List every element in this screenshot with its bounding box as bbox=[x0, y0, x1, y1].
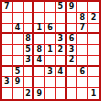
cell-r7c9[interactable] bbox=[88, 67, 99, 78]
cell-r2c7[interactable] bbox=[67, 13, 78, 24]
cell-r1c9[interactable] bbox=[88, 2, 99, 13]
cell-r7c5: 3 bbox=[45, 67, 56, 78]
cell-r5c5: 1 bbox=[45, 45, 56, 56]
cell-r3c8: 7 bbox=[77, 24, 88, 35]
cell-r3c1[interactable] bbox=[2, 24, 13, 35]
cell-r5c9[interactable] bbox=[88, 45, 99, 56]
cell-r5c6: 2 bbox=[56, 45, 67, 56]
cell-r6c1[interactable] bbox=[2, 56, 13, 67]
cell-r3c5: 6 bbox=[45, 24, 56, 35]
cell-r5c3: 5 bbox=[24, 45, 35, 56]
cell-r8c7[interactable] bbox=[67, 77, 78, 88]
cell-r9c9: 1 bbox=[88, 88, 99, 99]
cell-r1c2[interactable] bbox=[13, 2, 24, 13]
cell-r1c4[interactable] bbox=[34, 2, 45, 13]
cell-r4c2[interactable] bbox=[13, 34, 24, 45]
cell-r5c4: 8 bbox=[34, 45, 45, 56]
cell-r1c1: 7 bbox=[2, 2, 13, 13]
cell-r7c7[interactable] bbox=[67, 67, 78, 78]
cell-r5c1[interactable] bbox=[2, 45, 13, 56]
cell-r2c2[interactable] bbox=[13, 13, 24, 24]
cell-r8c1: 3 bbox=[2, 77, 13, 88]
cell-r3c9[interactable] bbox=[88, 24, 99, 35]
cell-r9c3: 2 bbox=[24, 88, 35, 99]
cell-r4c3: 8 bbox=[24, 34, 35, 45]
cell-r9c7[interactable] bbox=[67, 88, 78, 99]
cell-r6c4: 4 bbox=[34, 56, 45, 67]
cell-r7c4[interactable] bbox=[34, 67, 45, 78]
cell-r1c3[interactable] bbox=[24, 2, 35, 13]
cell-r6c6[interactable] bbox=[56, 56, 67, 67]
cell-r7c2: 5 bbox=[13, 67, 24, 78]
cell-r3c2: 4 bbox=[13, 24, 24, 35]
cell-r3c6[interactable] bbox=[56, 24, 67, 35]
cell-r8c3[interactable] bbox=[24, 77, 35, 88]
cell-r6c2[interactable] bbox=[13, 56, 24, 67]
cell-r4c4[interactable] bbox=[34, 34, 45, 45]
cell-r6c7: 2 bbox=[67, 56, 78, 67]
cell-r2c6[interactable] bbox=[56, 13, 67, 24]
cell-r8c9[interactable] bbox=[88, 77, 99, 88]
cell-r2c3[interactable] bbox=[24, 13, 35, 24]
cell-r5c8[interactable] bbox=[77, 45, 88, 56]
cell-r8c4[interactable] bbox=[34, 77, 45, 88]
cell-r2c8: 8 bbox=[77, 13, 88, 24]
cell-r2c5[interactable] bbox=[45, 13, 56, 24]
cell-r5c2[interactable] bbox=[13, 45, 24, 56]
cell-r2c4[interactable] bbox=[34, 13, 45, 24]
cell-r5c7: 3 bbox=[67, 45, 78, 56]
cell-r8c5[interactable] bbox=[45, 77, 56, 88]
cell-r6c9[interactable] bbox=[88, 56, 99, 67]
cell-r7c3[interactable] bbox=[24, 67, 35, 78]
cell-r9c4: 9 bbox=[34, 88, 45, 99]
sudoku-board: 75982416783658123342534639291 bbox=[0, 0, 101, 101]
cell-r9c2[interactable] bbox=[13, 88, 24, 99]
cell-r8c2: 9 bbox=[13, 77, 24, 88]
cell-r9c5[interactable] bbox=[45, 88, 56, 99]
cell-r9c6[interactable] bbox=[56, 88, 67, 99]
cell-r7c1[interactable] bbox=[2, 67, 13, 78]
cell-r4c5[interactable] bbox=[45, 34, 56, 45]
cell-r9c1[interactable] bbox=[2, 88, 13, 99]
cell-r4c7: 6 bbox=[67, 34, 78, 45]
cell-r3c4: 1 bbox=[34, 24, 45, 35]
cell-r3c3[interactable] bbox=[24, 24, 35, 35]
cell-r2c9: 2 bbox=[88, 13, 99, 24]
cell-r1c6: 5 bbox=[56, 2, 67, 13]
cell-r1c7: 9 bbox=[67, 2, 78, 13]
cell-r4c6: 3 bbox=[56, 34, 67, 45]
cell-r9c8[interactable] bbox=[77, 88, 88, 99]
cell-r6c8[interactable] bbox=[77, 56, 88, 67]
cell-r7c6: 4 bbox=[56, 67, 67, 78]
cell-r6c5[interactable] bbox=[45, 56, 56, 67]
cell-r4c1[interactable] bbox=[2, 34, 13, 45]
cell-r4c8[interactable] bbox=[77, 34, 88, 45]
cell-r8c6[interactable] bbox=[56, 77, 67, 88]
cell-r3c7[interactable] bbox=[67, 24, 78, 35]
cell-r8c8[interactable] bbox=[77, 77, 88, 88]
cell-r2c1[interactable] bbox=[2, 13, 13, 24]
cell-r6c3: 3 bbox=[24, 56, 35, 67]
cell-r4c9[interactable] bbox=[88, 34, 99, 45]
cell-r1c8[interactable] bbox=[77, 2, 88, 13]
cell-r7c8: 6 bbox=[77, 67, 88, 78]
cell-r1c5[interactable] bbox=[45, 2, 56, 13]
